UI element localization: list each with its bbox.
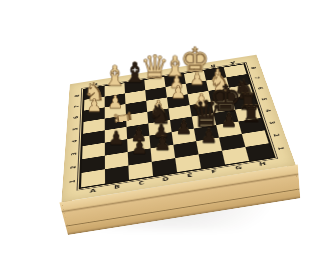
black-pawn-icon: ♟ xyxy=(186,127,233,146)
black-rook-icon: ♜ xyxy=(229,103,275,126)
scene: AABBCCDDEEFFGGHH1122334455667788 ♝♝♛♝♚♞♟… xyxy=(65,15,285,235)
black-pawn-icon: ♟ xyxy=(139,134,186,153)
chess-set-photo: AABBCCDDEEFFGGHH1122334455667788 ♝♝♛♝♚♞♟… xyxy=(0,0,320,267)
chess-box: AABBCCDDEEFFGGHH1122334455667788 ♝♝♛♝♚♞♟… xyxy=(62,55,296,202)
